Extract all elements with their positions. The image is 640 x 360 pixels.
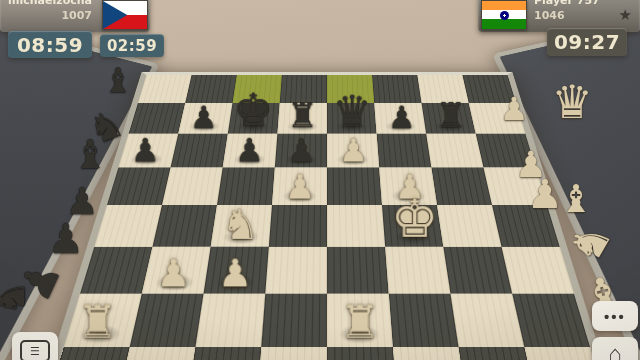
square-c4[interactable]: ♞ (211, 205, 272, 247)
white-pawn-e6[interactable]: ♟ (339, 134, 368, 166)
star-icon: ★ (619, 6, 632, 24)
square-e2[interactable]: ♜ (327, 294, 393, 347)
white-knight-c4[interactable]: ♞ (221, 203, 259, 245)
captured-black-pawn: ♟ (48, 219, 85, 260)
captured-black-pawn: ♟ (65, 183, 98, 220)
clock-left-main: 08:59 (8, 31, 92, 58)
square-h2[interactable] (512, 294, 590, 347)
square-a8[interactable] (138, 75, 192, 103)
square-a3[interactable] (80, 247, 152, 294)
white-pawn-c3[interactable]: ♟ (218, 254, 252, 292)
black-rook-d7[interactable]: ♜ (287, 98, 318, 132)
square-e3[interactable] (327, 247, 389, 294)
moves-list-icon: ☰ (20, 340, 50, 360)
square-d1[interactable] (257, 347, 327, 360)
square-d2[interactable] (261, 294, 327, 347)
black-pawn-a6[interactable]: ♟ (130, 134, 159, 166)
square-g3[interactable] (443, 247, 512, 294)
captured-white-pawn: ♟ (527, 174, 563, 214)
captured-white-queen: ♛ (551, 79, 592, 125)
moves-list-button[interactable]: ☰ (12, 332, 58, 360)
captured-white-pawn: ♟ (500, 93, 529, 125)
clock-right-main: 09:27 (547, 28, 627, 56)
captured-black-bishop: ♝ (72, 134, 108, 174)
black-pawn-b7[interactable]: ♟ (190, 102, 217, 133)
square-b2[interactable] (130, 294, 204, 347)
square-e5[interactable] (327, 167, 382, 205)
square-c6[interactable]: ♟ (223, 134, 278, 168)
black-rook-g7[interactable]: ♜ (435, 98, 466, 132)
black-pawn-d6[interactable]: ♟ (287, 134, 316, 166)
player-name-left: michaelzocha (8, 0, 92, 7)
flag-czech-icon (102, 0, 148, 30)
square-b5[interactable] (162, 167, 223, 205)
captured-black-bishop: ♝ (103, 63, 133, 97)
black-pawn-c6[interactable]: ♟ (234, 134, 263, 166)
square-a1[interactable] (46, 347, 130, 360)
square-g6[interactable] (426, 134, 483, 168)
square-g2[interactable] (450, 294, 524, 347)
white-rook-e2[interactable]: ♜ (339, 300, 380, 345)
square-e6[interactable]: ♟ (327, 134, 379, 168)
black-queen-e7[interactable]: ♛ (332, 89, 371, 132)
square-b7[interactable]: ♟ (178, 103, 232, 134)
square-b4[interactable] (152, 205, 217, 247)
square-d7[interactable]: ♜ (277, 103, 327, 134)
black-king-c7[interactable]: ♚ (233, 87, 273, 132)
white-rook-a2[interactable]: ♜ (77, 300, 118, 345)
square-f4[interactable]: ♚ (382, 205, 443, 247)
home-button[interactable]: ⌂ (592, 337, 638, 360)
square-f6[interactable] (377, 134, 432, 168)
square-c1[interactable] (186, 347, 261, 360)
square-e4[interactable] (327, 205, 385, 247)
square-d5[interactable]: ♟ (272, 167, 327, 205)
captured-white-bishop: ♝ (559, 180, 593, 218)
more-options-button[interactable]: ••• (592, 301, 638, 331)
square-f2[interactable] (389, 294, 459, 347)
square-f7[interactable]: ♟ (374, 103, 426, 134)
captured-black-knight: ♞ (0, 280, 30, 316)
player-rating-right: 1046 (534, 9, 565, 22)
square-h3[interactable] (502, 247, 574, 294)
square-b6[interactable] (171, 134, 228, 168)
game-scene: ♟♚♜♛♟♜♟♟♟♟♟♟♞♚♟♟♜♜ ♝♞♝♟♟♟♞♟♛♟♟♝♞♝ michae… (0, 0, 640, 360)
square-e7[interactable]: ♛ (327, 103, 377, 134)
square-g5[interactable] (431, 167, 492, 205)
square-a2[interactable]: ♜ (64, 294, 142, 347)
square-d4[interactable] (269, 205, 327, 247)
black-pawn-f7[interactable]: ♟ (388, 102, 415, 133)
player-card-left: michaelzocha 1007 (0, 0, 150, 32)
player-rating-left: 1007 (0, 9, 92, 22)
square-d6[interactable]: ♟ (275, 134, 327, 168)
player-name-right: Player 757 (534, 0, 600, 7)
white-king-f4[interactable]: ♚ (390, 192, 437, 245)
square-a7[interactable] (129, 103, 186, 134)
square-e1[interactable] (327, 347, 397, 360)
square-g4[interactable] (437, 205, 502, 247)
square-f3[interactable] (385, 247, 450, 294)
clock-left-move: 02:59 (100, 34, 164, 57)
square-b3[interactable]: ♟ (142, 247, 211, 294)
square-a4[interactable] (94, 205, 162, 247)
square-a5[interactable] (107, 167, 171, 205)
flag-india-icon (481, 0, 527, 30)
square-c7[interactable]: ♚ (228, 103, 280, 134)
white-pawn-d5[interactable]: ♟ (284, 170, 314, 204)
square-g7[interactable]: ♜ (422, 103, 476, 134)
square-f1[interactable] (393, 347, 468, 360)
square-c3[interactable]: ♟ (204, 247, 269, 294)
square-d3[interactable] (265, 247, 327, 294)
square-c2[interactable] (195, 294, 265, 347)
white-pawn-b3[interactable]: ♟ (156, 254, 190, 292)
